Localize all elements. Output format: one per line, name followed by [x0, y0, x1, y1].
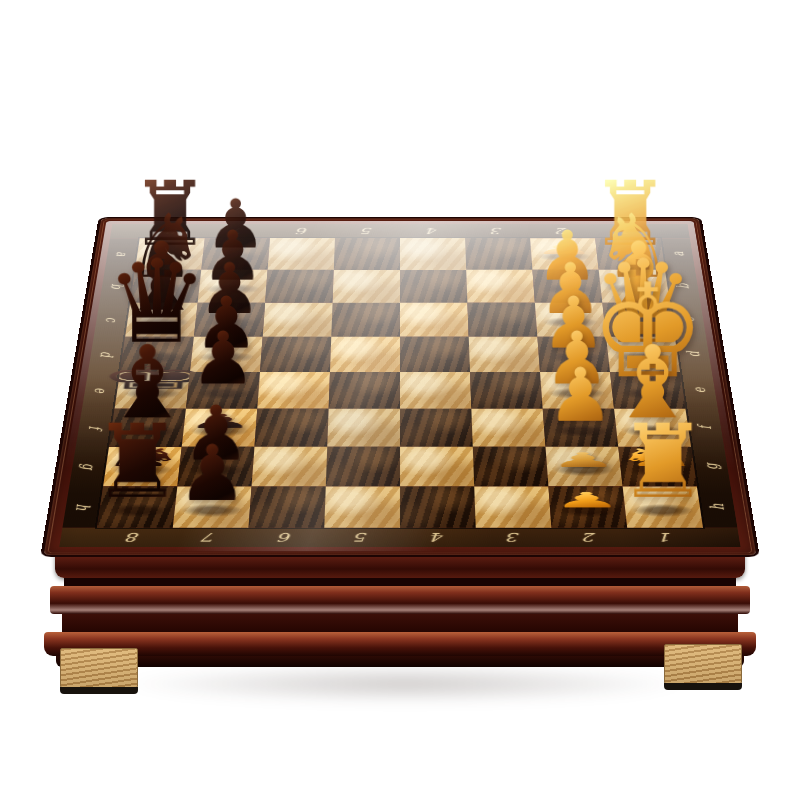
square-h4[interactable] — [400, 486, 476, 527]
square-h3[interactable] — [474, 486, 551, 527]
square-h6[interactable] — [249, 486, 326, 527]
square-b3[interactable] — [466, 270, 535, 303]
coord-label-4: 4 — [427, 226, 438, 236]
square-e3[interactable] — [470, 372, 543, 409]
coord-label-3: 3 — [507, 531, 521, 544]
square-h5[interactable] — [324, 486, 400, 527]
piece-white-pawn[interactable]: ♟ — [549, 450, 618, 469]
square-a4[interactable] — [400, 238, 466, 270]
piece-black-pawn[interactable]: ♟ — [178, 437, 247, 510]
square-c6[interactable] — [263, 303, 333, 337]
square-e5[interactable] — [329, 372, 400, 409]
square-e6[interactable] — [257, 372, 330, 409]
coord-label-6: 6 — [297, 226, 309, 236]
square-a6[interactable] — [268, 238, 335, 270]
piece-white-rook[interactable]: ♜ — [617, 413, 708, 510]
square-f5[interactable] — [327, 409, 400, 447]
coord-label-4: 4 — [431, 531, 444, 544]
piece-white-pawn[interactable]: ♟ — [547, 360, 614, 431]
square-b5[interactable] — [333, 270, 400, 303]
square-d5[interactable] — [330, 337, 400, 372]
coord-label-1: 1 — [659, 531, 674, 544]
square-g5[interactable] — [326, 447, 400, 487]
square-f6[interactable] — [254, 409, 328, 447]
square-a3[interactable] — [465, 238, 532, 270]
coord-label-5: 5 — [362, 226, 373, 236]
square-g6[interactable] — [252, 447, 328, 487]
coord-label-6: 6 — [279, 531, 293, 544]
coord-label-2: 2 — [556, 226, 568, 236]
square-h1[interactable]: ♜ — [623, 486, 703, 527]
coord-label-5: 5 — [355, 531, 368, 544]
square-d6[interactable] — [260, 337, 331, 372]
square-f4[interactable] — [400, 409, 473, 447]
square-g4[interactable] — [400, 447, 474, 487]
product-photo-stage: 87654321 87654321 abcdefgh abcdefgh ♜♟♟♜… — [0, 0, 800, 800]
coord-label-7: 7 — [232, 226, 244, 236]
coord-label-1: 1 — [621, 226, 633, 236]
piece-black-pawn[interactable]: ♟ — [190, 324, 255, 393]
chess-board[interactable]: ♜♟♟♜♞♟♟♞♝♟♟♝♛♟♟♛♚♟♟♚♝♟♟♝♞♟♟♞♜♟♟♜ — [97, 238, 703, 528]
square-b4[interactable] — [400, 270, 467, 303]
square-c4[interactable] — [400, 303, 469, 337]
coordinate-band-front: 87654321 — [59, 528, 741, 547]
square-g2[interactable]: ♟ — [546, 447, 623, 487]
coord-label-7: 7 — [203, 531, 217, 544]
square-d4[interactable] — [400, 337, 470, 372]
coord-label-8: 8 — [167, 226, 179, 236]
coord-label-c: c — [102, 317, 122, 322]
square-f3[interactable] — [471, 409, 545, 447]
coord-label-a: a — [113, 252, 132, 257]
square-d3[interactable] — [469, 337, 540, 372]
coord-label-b: b — [107, 284, 127, 289]
square-h8[interactable]: ♜ — [97, 486, 177, 527]
board-tilt: 87654321 87654321 abcdefgh abcdefgh ♜♟♟♜… — [44, 218, 757, 555]
square-h2[interactable]: ♟ — [548, 486, 627, 527]
square-b6[interactable] — [265, 270, 334, 303]
coord-label-8: 8 — [126, 531, 141, 544]
coord-label-h: h — [706, 504, 728, 510]
square-c3[interactable] — [467, 303, 537, 337]
coord-label-2: 2 — [583, 531, 597, 544]
coord-label-3: 3 — [491, 226, 503, 236]
piece-white-pawn[interactable]: ♟ — [552, 490, 623, 510]
piece-black-rook[interactable]: ♜ — [91, 413, 182, 510]
board-frame: 87654321 87654321 abcdefgh abcdefgh ♜♟♟♜… — [44, 218, 757, 555]
square-e4[interactable] — [400, 372, 471, 409]
square-h7[interactable]: ♟ — [173, 486, 252, 527]
square-a5[interactable] — [334, 238, 400, 270]
square-c5[interactable] — [331, 303, 400, 337]
board-scene: 87654321 87654321 abcdefgh abcdefgh ♜♟♟♜… — [0, 0, 800, 800]
square-g3[interactable] — [473, 447, 549, 487]
